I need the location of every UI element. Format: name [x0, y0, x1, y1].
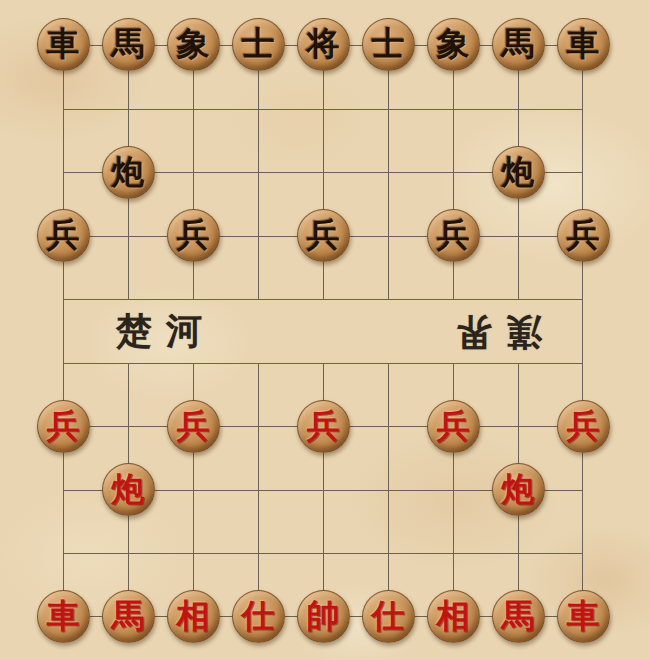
piece-red-advisor[interactable]: 仕	[232, 590, 285, 643]
piece-black-soldier[interactable]: 兵	[37, 209, 90, 262]
piece-black-elephant[interactable]: 象	[167, 18, 220, 71]
piece-black-elephant[interactable]: 象	[427, 18, 480, 71]
piece-black-advisor[interactable]: 士	[362, 18, 415, 71]
piece-black-soldier[interactable]: 兵	[557, 209, 610, 262]
piece-black-horse[interactable]: 馬	[102, 18, 155, 71]
piece-red-elephant[interactable]: 相	[167, 590, 220, 643]
piece-red-horse[interactable]: 馬	[102, 590, 155, 643]
piece-red-soldier[interactable]: 兵	[557, 400, 610, 453]
piece-black-soldier[interactable]: 兵	[427, 209, 480, 262]
piece-black-horse[interactable]: 馬	[492, 18, 545, 71]
piece-black-chariot[interactable]: 車	[37, 18, 90, 71]
piece-red-advisor[interactable]: 仕	[362, 590, 415, 643]
piece-red-cannon[interactable]: 炮	[102, 463, 155, 516]
piece-red-horse[interactable]: 馬	[492, 590, 545, 643]
piece-black-chariot[interactable]: 車	[557, 18, 610, 71]
piece-red-elephant[interactable]: 相	[427, 590, 480, 643]
piece-red-cannon[interactable]: 炮	[492, 463, 545, 516]
piece-red-soldier[interactable]: 兵	[297, 400, 350, 453]
piece-black-general[interactable]: 将	[297, 18, 350, 71]
piece-black-advisor[interactable]: 士	[232, 18, 285, 71]
xiangqi-board: 楚河 漢界 車馬象士将士象馬車炮炮兵兵兵兵兵兵兵兵兵兵炮炮車馬相仕帥仕相馬車	[0, 0, 650, 660]
piece-black-cannon[interactable]: 炮	[492, 146, 545, 199]
piece-black-soldier[interactable]: 兵	[297, 209, 350, 262]
piece-red-soldier[interactable]: 兵	[37, 400, 90, 453]
piece-red-soldier[interactable]: 兵	[427, 400, 480, 453]
piece-red-general[interactable]: 帥	[297, 590, 350, 643]
piece-black-cannon[interactable]: 炮	[102, 146, 155, 199]
piece-red-chariot[interactable]: 車	[37, 590, 90, 643]
piece-red-chariot[interactable]: 車	[557, 590, 610, 643]
pieces-layer: 車馬象士将士象馬車炮炮兵兵兵兵兵兵兵兵兵兵炮炮車馬相仕帥仕相馬車	[31, 13, 616, 649]
piece-black-soldier[interactable]: 兵	[167, 209, 220, 262]
piece-red-soldier[interactable]: 兵	[167, 400, 220, 453]
